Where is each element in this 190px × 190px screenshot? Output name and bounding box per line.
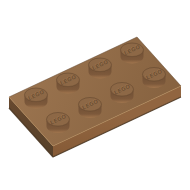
stud-r0c0: LEGOLEGO [25, 88, 48, 109]
stud-r1c0: LEGOLEGO [47, 113, 70, 134]
stud-r1c2: LEGOLEGO [111, 83, 134, 104]
stud-r1c1: LEGOLEGO [79, 98, 102, 119]
lego-plate-image: LEGOLEGOLEGOLEGOLEGOLEGOLEGOLEGOLEGOLEGO… [0, 0, 190, 190]
product-photo: LEGOLEGOLEGOLEGOLEGOLEGOLEGOLEGOLEGOLEGO… [0, 0, 190, 190]
lego-plate: LEGOLEGOLEGOLEGOLEGOLEGOLEGOLEGOLEGOLEGO… [9, 37, 181, 157]
stud-r0c3: LEGOLEGO [121, 43, 144, 64]
stud-r1c3: LEGOLEGO [143, 68, 166, 89]
stud-r0c2: LEGOLEGO [89, 58, 112, 79]
stud-r0c1: LEGOLEGO [57, 73, 80, 94]
